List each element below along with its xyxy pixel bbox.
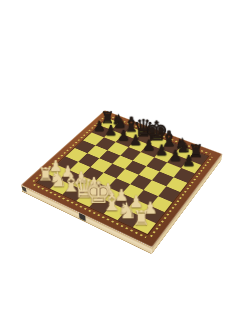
chess-board: ♜♞♝♛♚♝♞♜♟♟♟♟♟♟♟♟♟♟♟♟♟♟♟♟♜♞♝♛♚♝♞♜	[21, 110, 222, 247]
board-squares-grid: ♜♞♝♛♚♝♞♜♟♟♟♟♟♟♟♟♟♟♟♟♟♟♟♟♜♞♝♛♚♝♞♜	[36, 117, 210, 235]
square-e5	[125, 160, 146, 174]
clasp-hardware	[79, 213, 86, 221]
square-h5	[166, 177, 188, 192]
square-d4	[103, 164, 125, 178]
hinge-hardware	[22, 186, 27, 192]
